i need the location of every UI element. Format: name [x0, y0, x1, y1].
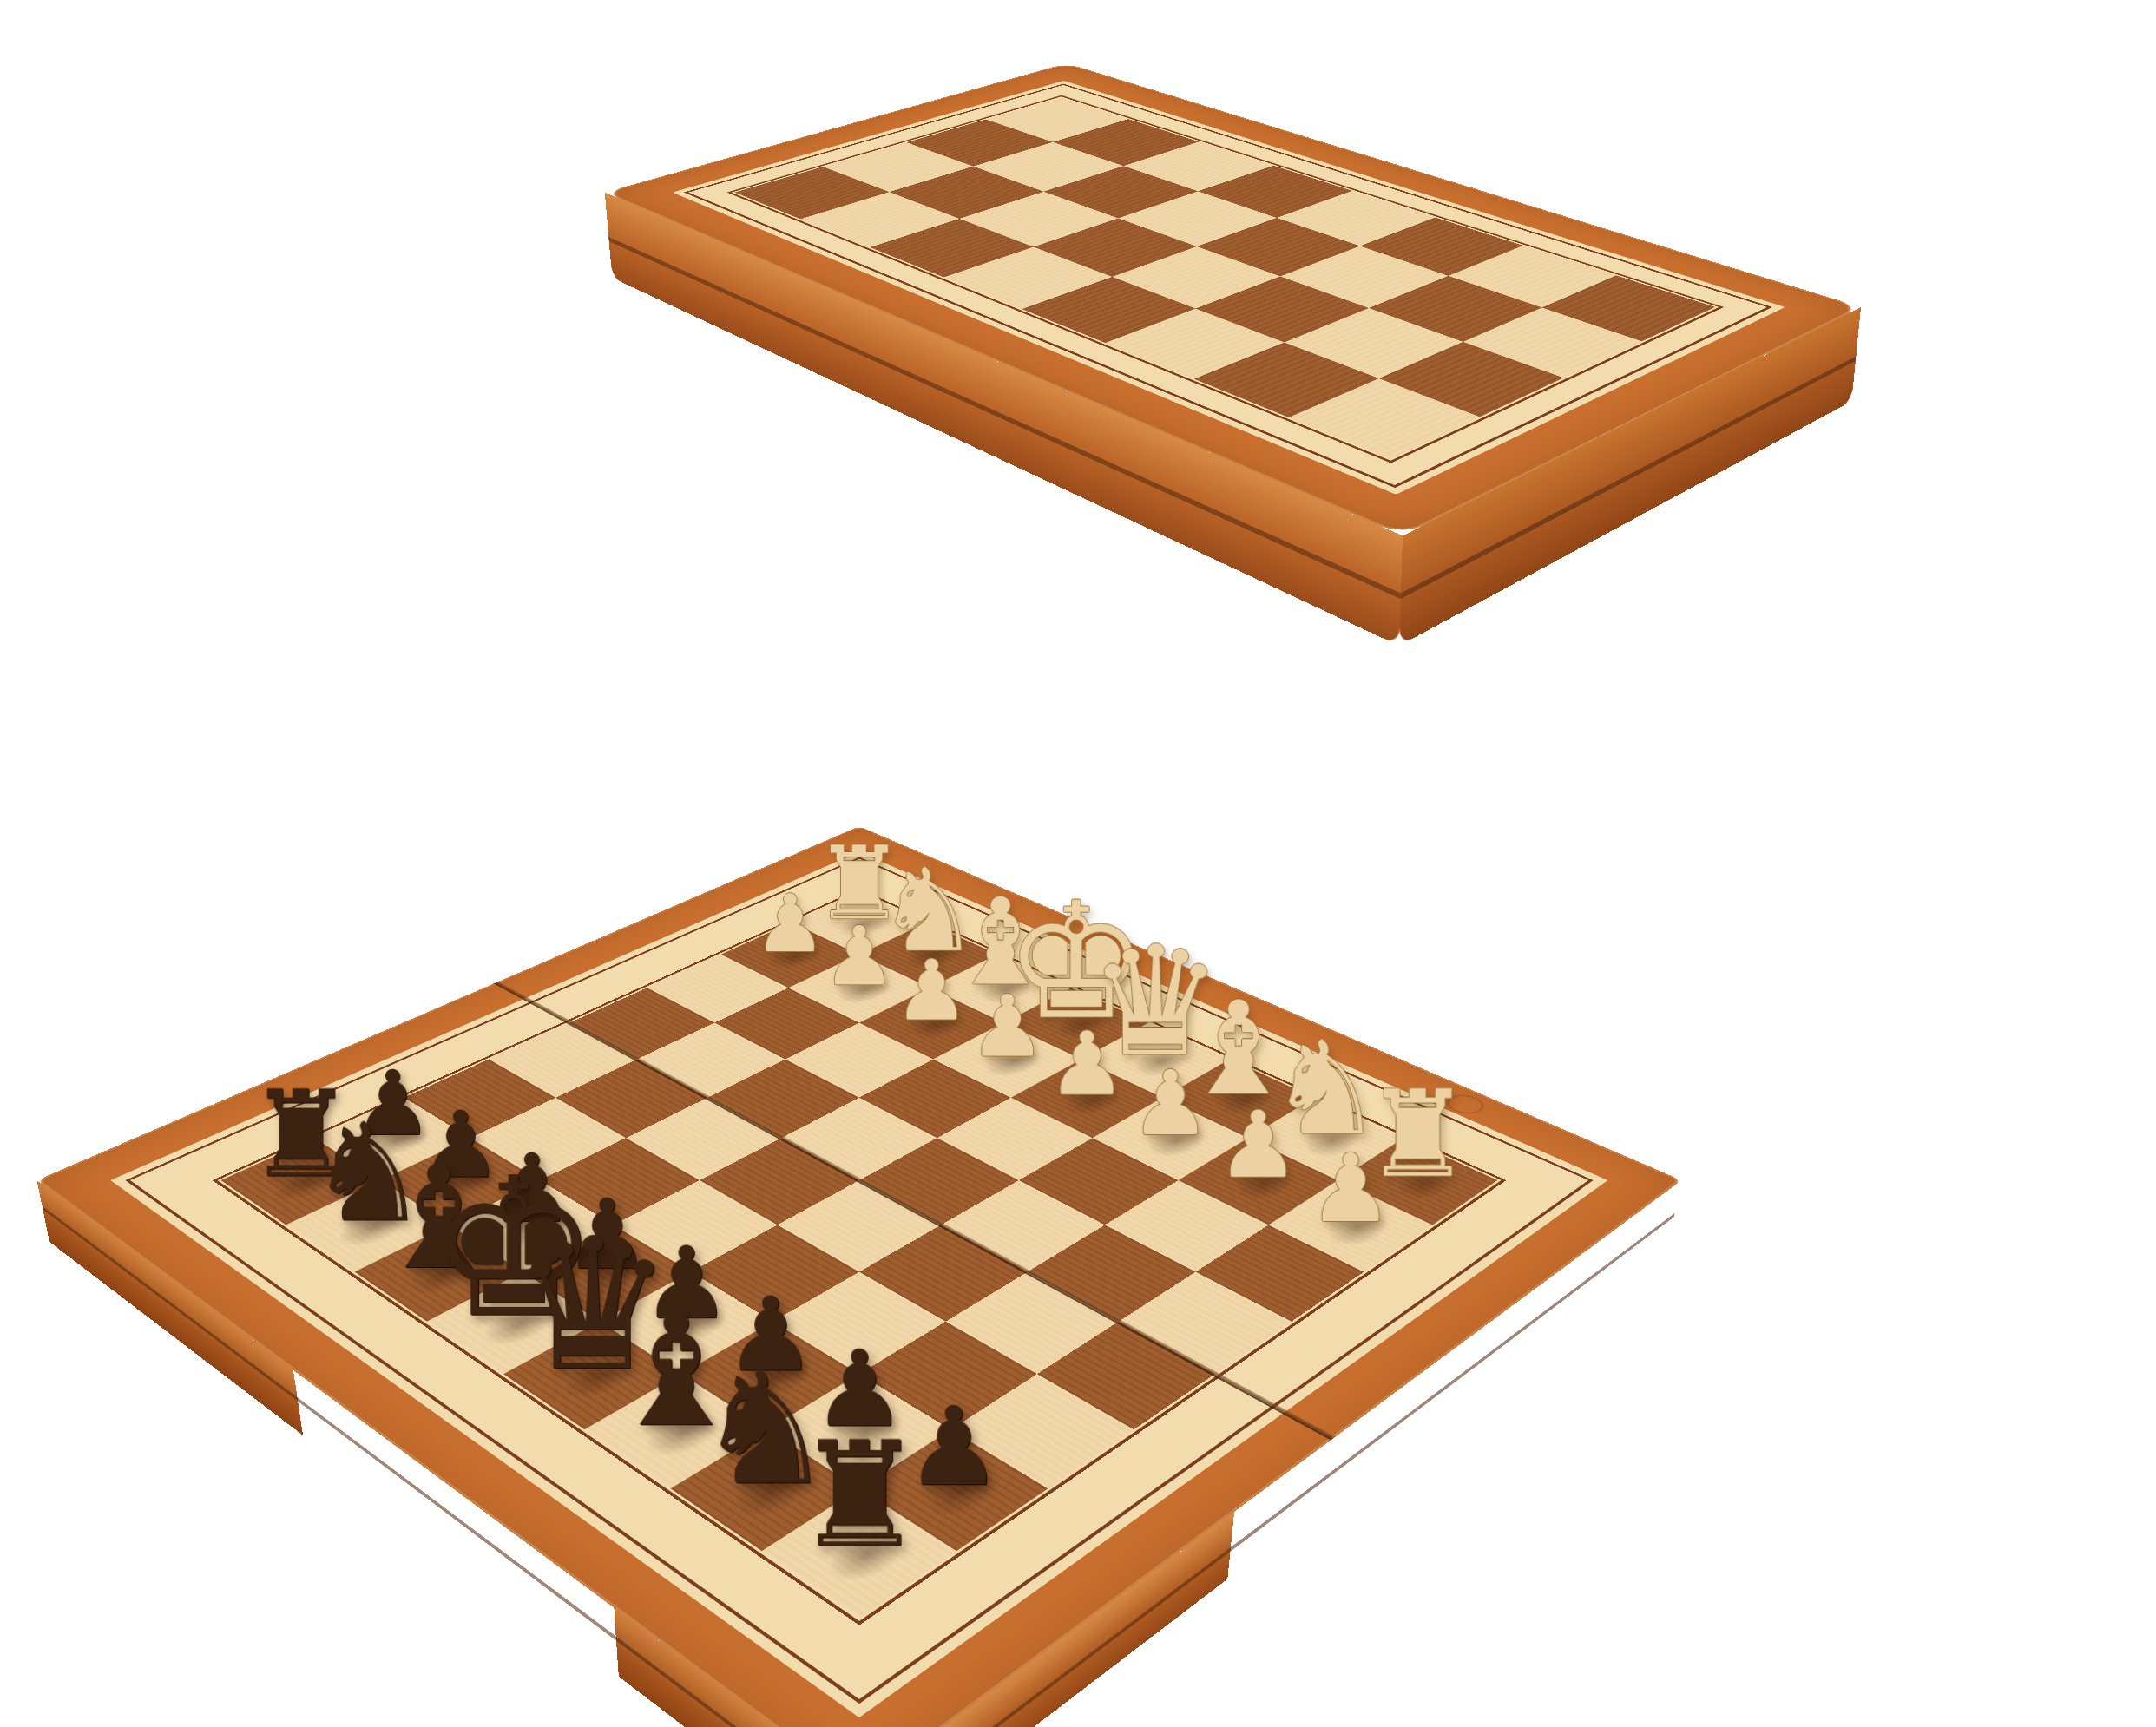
piece-white-pawn-a2: ♟	[1308, 1142, 1393, 1237]
open-board-top: ♜♟♟♜♞♟♟♞♝♟♟♝♚♟♟♚♛♟♟♛♝♟♟♝♞♟♟♞♜♟♟♜	[36, 826, 1681, 1727]
lid-cell-5-1	[1280, 246, 1449, 308]
lid-cell-6-2	[1285, 308, 1463, 378]
lid-cell-5-2	[1195, 276, 1369, 342]
open-board-3d: ♜♟♟♜♞♟♟♞♝♟♟♝♚♟♟♚♛♟♟♛♝♟♟♝♞♟♟♞♜♟♟♜	[36, 826, 1681, 1727]
lid-cell-4-2	[1112, 246, 1280, 309]
closed-box-3d	[605, 63, 1861, 535]
open-board: ♜♟♟♜♞♟♟♞♝♟♟♝♚♟♟♚♛♟♟♛♝♟♟♝♞♟♟♞♜♟♟♜	[278, 599, 1441, 1727]
product-photo-canvas: ♜♟♟♜♞♟♟♞♝♟♟♝♚♟♟♚♛♟♟♛♝♟♟♝♞♟♟♞♜♟♟♜	[0, 0, 2156, 1727]
piece-black-rook-a8: ♜	[794, 1422, 925, 1568]
closed-board-box	[641, 0, 1752, 576]
